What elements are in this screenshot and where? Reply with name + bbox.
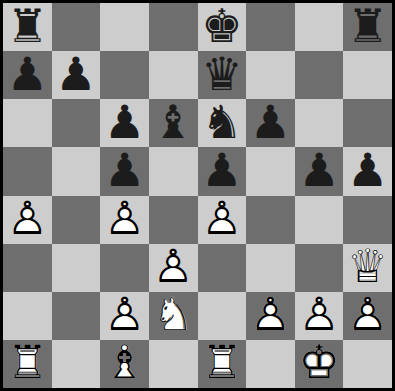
piece-white-bishop[interactable]: ♝♗ — [100, 340, 149, 388]
square-a3[interactable] — [3, 244, 52, 292]
square-f5[interactable] — [246, 147, 295, 195]
square-a7[interactable]: ♟ — [3, 51, 52, 99]
square-c4[interactable]: ♟♙ — [100, 196, 149, 244]
square-e4[interactable]: ♟♙ — [198, 196, 247, 244]
square-h6[interactable] — [343, 99, 392, 147]
square-c5[interactable]: ♟ — [100, 147, 149, 195]
square-b6[interactable] — [52, 99, 101, 147]
square-g8[interactable] — [295, 3, 344, 51]
piece-white-rook[interactable]: ♜♖ — [3, 340, 52, 388]
piece-glyph-outline: ♙ — [246, 292, 295, 340]
piece-white-pawn[interactable]: ♟♙ — [198, 196, 247, 244]
square-c3[interactable] — [100, 244, 149, 292]
piece-white-pawn[interactable]: ♟♙ — [295, 292, 344, 340]
piece-glyph: ♚ — [198, 3, 247, 51]
square-h7[interactable] — [343, 51, 392, 99]
square-c6[interactable]: ♟ — [100, 99, 149, 147]
piece-glyph: ♜ — [343, 3, 392, 51]
piece-glyph: ♟ — [100, 147, 149, 195]
piece-black-rook[interactable]: ♜ — [3, 3, 52, 51]
piece-white-pawn[interactable]: ♟♙ — [3, 196, 52, 244]
square-g2[interactable]: ♟♙ — [295, 292, 344, 340]
square-f8[interactable] — [246, 3, 295, 51]
square-b7[interactable]: ♟ — [52, 51, 101, 99]
square-b5[interactable] — [52, 147, 101, 195]
piece-glyph-outline: ♙ — [3, 196, 52, 244]
square-d4[interactable] — [149, 196, 198, 244]
square-a8[interactable]: ♜ — [3, 3, 52, 51]
square-h4[interactable] — [343, 196, 392, 244]
piece-black-pawn[interactable]: ♟ — [100, 99, 149, 147]
square-a4[interactable]: ♟♙ — [3, 196, 52, 244]
piece-glyph: ♟ — [52, 51, 101, 99]
piece-black-queen[interactable]: ♛ — [198, 51, 247, 99]
square-f2[interactable]: ♟♙ — [246, 292, 295, 340]
piece-black-king[interactable]: ♚ — [198, 3, 247, 51]
piece-white-king[interactable]: ♚♔ — [295, 340, 344, 388]
square-c8[interactable] — [100, 3, 149, 51]
piece-glyph-outline: ♙ — [100, 196, 149, 244]
square-h5[interactable]: ♟ — [343, 147, 392, 195]
piece-white-queen[interactable]: ♛♕ — [343, 244, 392, 292]
square-g1[interactable]: ♚♔ — [295, 340, 344, 388]
square-f6[interactable]: ♟ — [246, 99, 295, 147]
square-f3[interactable] — [246, 244, 295, 292]
square-h8[interactable]: ♜ — [343, 3, 392, 51]
piece-glyph-outline: ♙ — [343, 292, 392, 340]
piece-glyph-outline: ♔ — [295, 340, 344, 388]
piece-glyph: ♝ — [149, 99, 198, 147]
chess-board-frame: ♜♚♜♟♟♛♟♝♞♟♟♟♟♟♟♙♟♙♟♙♟♙♛♕♟♙♞♘♟♙♟♙♟♙♜♖♝♗♜♖… — [0, 0, 395, 391]
square-h2[interactable]: ♟♙ — [343, 292, 392, 340]
square-e3[interactable] — [198, 244, 247, 292]
square-g6[interactable] — [295, 99, 344, 147]
piece-glyph: ♟ — [3, 51, 52, 99]
square-e1[interactable]: ♜♖ — [198, 340, 247, 388]
square-b1[interactable] — [52, 340, 101, 388]
piece-white-pawn[interactable]: ♟♙ — [246, 292, 295, 340]
square-a2[interactable] — [3, 292, 52, 340]
square-h1[interactable] — [343, 340, 392, 388]
square-d8[interactable] — [149, 3, 198, 51]
square-a6[interactable] — [3, 99, 52, 147]
piece-glyph-outline: ♙ — [198, 196, 247, 244]
piece-glyph-outline: ♘ — [149, 292, 198, 340]
piece-glyph: ♟ — [295, 147, 344, 195]
square-d5[interactable] — [149, 147, 198, 195]
piece-white-pawn[interactable]: ♟♙ — [100, 196, 149, 244]
piece-glyph-outline: ♙ — [100, 292, 149, 340]
piece-black-pawn[interactable]: ♟ — [52, 51, 101, 99]
chess-board: ♜♚♜♟♟♛♟♝♞♟♟♟♟♟♟♙♟♙♟♙♟♙♛♕♟♙♞♘♟♙♟♙♟♙♜♖♝♗♜♖… — [3, 3, 392, 388]
square-b3[interactable] — [52, 244, 101, 292]
piece-glyph: ♜ — [3, 3, 52, 51]
piece-glyph-outline: ♙ — [295, 292, 344, 340]
piece-black-knight[interactable]: ♞ — [198, 99, 247, 147]
square-b2[interactable] — [52, 292, 101, 340]
square-e8[interactable]: ♚ — [198, 3, 247, 51]
piece-glyph-outline: ♖ — [198, 340, 247, 388]
piece-black-pawn[interactable]: ♟ — [343, 147, 392, 195]
square-c2[interactable]: ♟♙ — [100, 292, 149, 340]
square-c7[interactable] — [100, 51, 149, 99]
square-e6[interactable]: ♞ — [198, 99, 247, 147]
square-d3[interactable]: ♟♙ — [149, 244, 198, 292]
piece-black-pawn[interactable]: ♟ — [246, 99, 295, 147]
square-d1[interactable] — [149, 340, 198, 388]
piece-glyph-outline: ♗ — [100, 340, 149, 388]
square-g7[interactable] — [295, 51, 344, 99]
square-f7[interactable] — [246, 51, 295, 99]
piece-glyph: ♟ — [198, 147, 247, 195]
piece-white-pawn[interactable]: ♟♙ — [100, 292, 149, 340]
piece-glyph: ♛ — [198, 51, 247, 99]
piece-glyph: ♟ — [100, 99, 149, 147]
square-b8[interactable] — [52, 3, 101, 51]
piece-black-pawn[interactable]: ♟ — [3, 51, 52, 99]
square-a1[interactable]: ♜♖ — [3, 340, 52, 388]
square-e5[interactable]: ♟ — [198, 147, 247, 195]
square-g3[interactable] — [295, 244, 344, 292]
piece-white-pawn[interactable]: ♟♙ — [149, 244, 198, 292]
piece-white-rook[interactable]: ♜♖ — [198, 340, 247, 388]
piece-white-knight[interactable]: ♞♘ — [149, 292, 198, 340]
piece-black-pawn[interactable]: ♟ — [100, 147, 149, 195]
square-f4[interactable] — [246, 196, 295, 244]
square-d7[interactable] — [149, 51, 198, 99]
square-h3[interactable]: ♛♕ — [343, 244, 392, 292]
piece-glyph: ♞ — [198, 99, 247, 147]
square-d6[interactable]: ♝ — [149, 99, 198, 147]
square-g4[interactable] — [295, 196, 344, 244]
square-e2[interactable] — [198, 292, 247, 340]
square-e7[interactable]: ♛ — [198, 51, 247, 99]
piece-black-pawn[interactable]: ♟ — [295, 147, 344, 195]
square-c1[interactable]: ♝♗ — [100, 340, 149, 388]
piece-glyph: ♟ — [343, 147, 392, 195]
piece-black-rook[interactable]: ♜ — [343, 3, 392, 51]
piece-white-pawn[interactable]: ♟♙ — [343, 292, 392, 340]
piece-black-bishop[interactable]: ♝ — [149, 99, 198, 147]
square-g5[interactable]: ♟ — [295, 147, 344, 195]
piece-glyph-outline: ♕ — [343, 244, 392, 292]
square-a5[interactable] — [3, 147, 52, 195]
square-f1[interactable] — [246, 340, 295, 388]
piece-glyph-outline: ♖ — [3, 340, 52, 388]
square-b4[interactable] — [52, 196, 101, 244]
piece-black-pawn[interactable]: ♟ — [198, 147, 247, 195]
piece-glyph: ♟ — [246, 99, 295, 147]
piece-glyph-outline: ♙ — [149, 244, 198, 292]
square-d2[interactable]: ♞♘ — [149, 292, 198, 340]
